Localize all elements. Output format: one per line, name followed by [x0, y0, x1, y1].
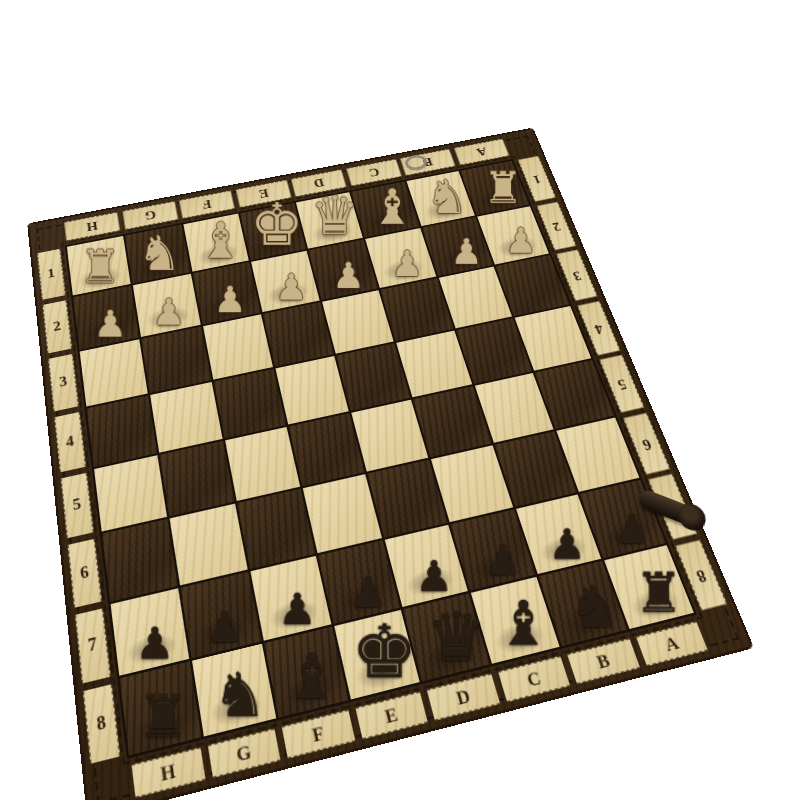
- piece-black-pawn-a7[interactable]: ♟: [596, 508, 666, 549]
- rank-label-left-6: 6: [67, 538, 101, 608]
- square-h5[interactable]: [94, 455, 167, 532]
- square-c4[interactable]: [396, 330, 471, 397]
- square-f1[interactable]: ♝: [183, 214, 249, 272]
- square-g3[interactable]: [141, 326, 210, 393]
- piece-black-pawn-g7[interactable]: ♟: [189, 605, 261, 648]
- square-h6[interactable]: [102, 519, 178, 601]
- square-g1[interactable]: ♞: [125, 225, 190, 284]
- piece-white-bishop-f1[interactable]: ♝: [192, 216, 248, 266]
- rank-label-left-4: 4: [54, 411, 86, 472]
- rank-label-left-1: 1: [37, 249, 66, 300]
- piece-white-pawn-g2[interactable]: ♟: [138, 293, 201, 330]
- piece-black-pawn-d7[interactable]: ♟: [399, 555, 469, 597]
- square-f8[interactable]: ♝: [264, 626, 349, 717]
- piece-white-pawn-e2[interactable]: ♟: [262, 269, 320, 305]
- square-e4[interactable]: [275, 356, 349, 425]
- piece-black-bishop-c8[interactable]: ♝: [488, 593, 560, 654]
- square-g4[interactable]: [150, 382, 222, 453]
- piece-white-pawn-d2[interactable]: ♟: [318, 257, 378, 293]
- board-grid: ♜♞♝♚♛♝♞♜♟♟♟♟♟♟♟♟♟♟♟♟♟♟♟♟♜♞♝♚♛♝♞♜: [65, 159, 697, 759]
- square-g7[interactable]: ♟: [181, 571, 261, 658]
- clasp-ring-icon: [403, 154, 429, 172]
- piece-white-pawn-b2[interactable]: ♟: [439, 234, 494, 269]
- square-f5[interactable]: [225, 427, 300, 501]
- chess-box: HGFEDCBA HGFEDCBA 12345678 12345678 ♜♞♝♚…: [29, 129, 751, 800]
- square-e6[interactable]: [303, 474, 382, 552]
- piece-black-pawn-c7[interactable]: ♟: [470, 539, 536, 581]
- square-g2[interactable]: ♟: [133, 274, 200, 337]
- piece-black-pawn-h7[interactable]: ♟: [120, 622, 190, 666]
- piece-white-queen-d1[interactable]: ♛: [307, 189, 364, 243]
- square-g6[interactable]: [170, 504, 247, 585]
- rank-label-left-2: 2: [42, 300, 72, 354]
- square-e5[interactable]: [288, 413, 364, 486]
- rank-label-left-8: 8: [83, 684, 120, 764]
- piece-white-knight-b1[interactable]: ♞: [418, 174, 475, 220]
- square-b6[interactable]: [494, 432, 576, 507]
- square-d3[interactable]: [322, 290, 394, 354]
- square-e1[interactable]: ♚: [240, 203, 306, 261]
- rank-label-left-7: 7: [75, 608, 111, 683]
- piece-white-pawn-h2[interactable]: ♟: [81, 305, 139, 342]
- piece-white-rook-h1[interactable]: ♜: [70, 244, 131, 289]
- square-g8[interactable]: ♞: [192, 644, 275, 737]
- square-f4[interactable]: [213, 369, 286, 439]
- piece-black-pawn-b7[interactable]: ♟: [531, 524, 602, 566]
- square-h3[interactable]: [80, 339, 148, 406]
- square-g5[interactable]: [160, 441, 234, 517]
- piece-white-pawn-f2[interactable]: ♟: [198, 281, 260, 317]
- piece-white-king-e1[interactable]: ♚: [247, 196, 306, 255]
- piece-white-rook-a1[interactable]: ♜: [476, 166, 530, 209]
- square-f6[interactable]: [237, 489, 315, 569]
- piece-black-king-e8[interactable]: ♚: [349, 615, 420, 689]
- square-e2[interactable]: ♟: [251, 251, 320, 312]
- piece-black-rook-a8[interactable]: ♜: [622, 566, 695, 620]
- chessboard-scene: HGFEDCBA HGFEDCBA 12345678 12345678 ♜♞♝♚…: [58, 98, 618, 658]
- square-h7[interactable]: ♟: [110, 588, 189, 676]
- piece-white-bishop-c1[interactable]: ♝: [366, 183, 419, 232]
- piece-black-rook-h8[interactable]: ♜: [125, 687, 202, 745]
- piece-white-pawn-c2[interactable]: ♟: [378, 246, 436, 282]
- square-a6[interactable]: [556, 418, 639, 492]
- square-d5[interactable]: [351, 400, 428, 472]
- rank-label-left-3: 3: [48, 354, 79, 411]
- square-f3[interactable]: [202, 314, 272, 380]
- piece-white-pawn-a2[interactable]: ♟: [491, 223, 549, 258]
- clasp-latch-icon: [584, 678, 628, 691]
- square-h4[interactable]: [87, 395, 158, 467]
- square-a5[interactable]: [535, 360, 615, 429]
- square-h2[interactable]: ♟: [73, 286, 139, 350]
- rank-label-left-5: 5: [61, 473, 94, 538]
- piece-black-knight-b8[interactable]: ♞: [560, 578, 628, 636]
- piece-black-queen-d8[interactable]: ♛: [423, 603, 490, 671]
- square-h1[interactable]: ♜: [67, 236, 131, 296]
- square-b5[interactable]: [474, 373, 553, 443]
- square-f2[interactable]: ♟: [192, 262, 260, 324]
- piece-black-bishop-f8[interactable]: ♝: [274, 645, 348, 708]
- piece-white-knight-g1[interactable]: ♞: [129, 230, 190, 278]
- square-f7[interactable]: ♟: [250, 555, 331, 640]
- square-h8[interactable]: ♜: [120, 661, 202, 755]
- piece-black-pawn-f7[interactable]: ♟: [262, 588, 331, 631]
- photo-background: HGFEDCBA HGFEDCBA 12345678 12345678 ♜♞♝♚…: [0, 0, 800, 800]
- piece-black-knight-g8[interactable]: ♞: [204, 665, 275, 726]
- rank-label-right-4: 4: [577, 301, 620, 355]
- square-e3[interactable]: [263, 302, 334, 367]
- square-a4[interactable]: [514, 306, 591, 371]
